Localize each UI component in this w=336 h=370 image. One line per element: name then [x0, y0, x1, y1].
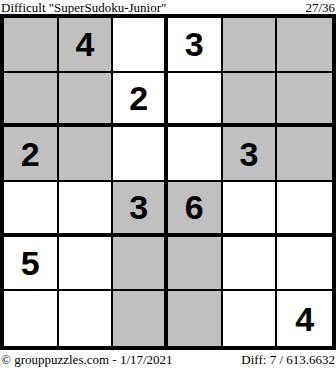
- difficulty-text: Diff: 7 / 613.6632: [241, 352, 335, 367]
- cell-r3c3[interactable]: [113, 127, 168, 182]
- cell-r6c5[interactable]: [223, 291, 278, 346]
- cell-r2c5[interactable]: [223, 73, 278, 128]
- cell-r1c6[interactable]: [277, 18, 332, 73]
- copyright-text: © grouppuzzles.com - 1/17/2021: [1, 352, 173, 367]
- sudoku-board: 432233654: [0, 14, 336, 350]
- cell-r6c4[interactable]: [168, 291, 223, 346]
- cell-r2c3: 2: [113, 73, 168, 128]
- cell-r1c2: 4: [59, 18, 114, 73]
- cell-r1c5[interactable]: [223, 18, 278, 73]
- cell-r5c6[interactable]: [277, 237, 332, 292]
- cell-r4c4: 6: [168, 182, 223, 237]
- cell-r1c1[interactable]: [4, 18, 59, 73]
- cell-r3c4[interactable]: [168, 127, 223, 182]
- cell-r5c5[interactable]: [223, 237, 278, 292]
- cell-r1c3[interactable]: [113, 18, 168, 73]
- cell-r3c1: 2: [4, 127, 59, 182]
- footer-bar: © grouppuzzles.com - 1/17/2021 Diff: 7 /…: [0, 350, 336, 370]
- cell-r4c3: 3: [113, 182, 168, 237]
- cell-r6c3[interactable]: [113, 291, 168, 346]
- puzzle-title: Difficult "SuperSudoku-Junior": [1, 1, 166, 14]
- cell-r4c5[interactable]: [223, 182, 278, 237]
- cell-r5c1: 5: [4, 237, 59, 292]
- cell-r6c6: 4: [277, 291, 332, 346]
- title-bar: Difficult "SuperSudoku-Junior" 27/36: [0, 0, 336, 14]
- cell-r2c6[interactable]: [277, 73, 332, 128]
- cell-r5c2[interactable]: [59, 237, 114, 292]
- cell-r3c5: 3: [223, 127, 278, 182]
- clue-counter: 27/36: [305, 1, 335, 14]
- cell-r3c6[interactable]: [277, 127, 332, 182]
- cell-r2c1[interactable]: [4, 73, 59, 128]
- cell-r2c2[interactable]: [59, 73, 114, 128]
- cell-r4c6[interactable]: [277, 182, 332, 237]
- cell-r4c2[interactable]: [59, 182, 114, 237]
- cell-r5c3[interactable]: [113, 237, 168, 292]
- cell-r6c2[interactable]: [59, 291, 114, 346]
- cell-r6c1[interactable]: [4, 291, 59, 346]
- cell-r5c4[interactable]: [168, 237, 223, 292]
- cell-r3c2[interactable]: [59, 127, 114, 182]
- cell-r1c4: 3: [168, 18, 223, 73]
- cell-r2c4[interactable]: [168, 73, 223, 128]
- cell-r4c1[interactable]: [4, 182, 59, 237]
